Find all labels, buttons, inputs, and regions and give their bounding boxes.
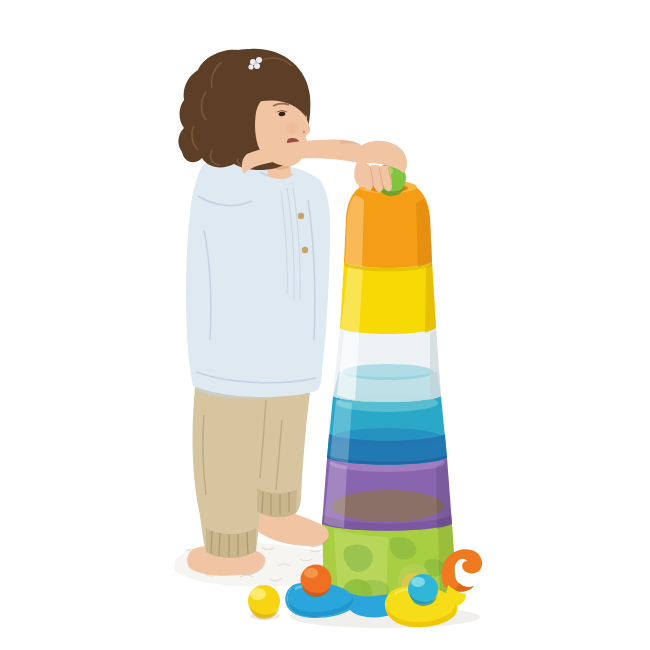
clear-cup [333, 328, 441, 402]
teal-cup [327, 394, 447, 465]
cheek-blush [286, 122, 298, 134]
purple-cup [322, 454, 452, 531]
fingers [360, 164, 392, 192]
purple-cup-inner [332, 490, 444, 522]
shirt [186, 153, 330, 399]
shirt-button-top [298, 213, 304, 219]
shirt-button-bottom [302, 247, 308, 253]
product-photo [0, 0, 650, 650]
nostril [303, 131, 305, 133]
yellow-cup [340, 262, 436, 334]
